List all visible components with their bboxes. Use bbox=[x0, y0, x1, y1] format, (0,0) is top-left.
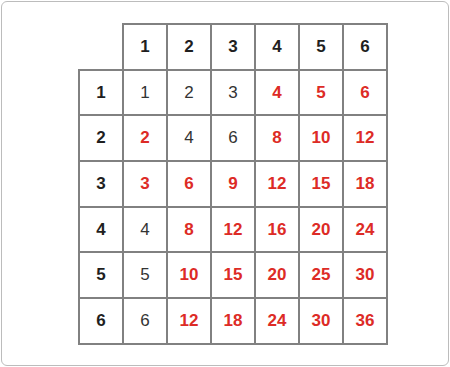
table-cell: 16 bbox=[255, 207, 299, 253]
table-cell: 5 bbox=[123, 252, 167, 298]
table-cell: 12 bbox=[343, 115, 387, 161]
table-cell: 15 bbox=[299, 161, 343, 207]
table-cell: 6 bbox=[211, 115, 255, 161]
table-cell: 18 bbox=[343, 161, 387, 207]
column-header-1: 1 bbox=[123, 24, 167, 70]
table-cell: 12 bbox=[167, 298, 211, 344]
row-header-3: 3 bbox=[79, 161, 123, 207]
table-cell: 4 bbox=[167, 115, 211, 161]
table-cell: 6 bbox=[167, 161, 211, 207]
table-row: 6 6 12 18 24 30 36 bbox=[79, 298, 387, 344]
column-header-row: 1 2 3 4 5 6 bbox=[79, 24, 387, 70]
table-row: 5 5 10 15 20 25 30 bbox=[79, 252, 387, 298]
table-cell: 1 bbox=[123, 70, 167, 116]
table-cell: 10 bbox=[299, 115, 343, 161]
table-cell: 3 bbox=[123, 161, 167, 207]
column-header-4: 4 bbox=[255, 24, 299, 70]
table-cell: 9 bbox=[211, 161, 255, 207]
table-cell: 5 bbox=[299, 70, 343, 116]
multiplication-table: 1 2 3 4 5 6 1 1 2 3 4 5 6 2 2 4 6 8 10 1… bbox=[78, 23, 388, 345]
table-cell: 6 bbox=[123, 298, 167, 344]
table-cell: 30 bbox=[299, 298, 343, 344]
table-cell: 36 bbox=[343, 298, 387, 344]
table-cell: 15 bbox=[211, 252, 255, 298]
row-header-5: 5 bbox=[79, 252, 123, 298]
column-header-3: 3 bbox=[211, 24, 255, 70]
table-cell: 24 bbox=[255, 298, 299, 344]
table-row: 1 1 2 3 4 5 6 bbox=[79, 70, 387, 116]
column-header-2: 2 bbox=[167, 24, 211, 70]
column-header-6: 6 bbox=[343, 24, 387, 70]
table-cell: 8 bbox=[167, 207, 211, 253]
table-row: 4 4 8 12 16 20 24 bbox=[79, 207, 387, 253]
row-header-6: 6 bbox=[79, 298, 123, 344]
table-cell: 30 bbox=[343, 252, 387, 298]
page-frame: 1 2 3 4 5 6 1 1 2 3 4 5 6 2 2 4 6 8 10 1… bbox=[1, 1, 449, 366]
table-cell: 6 bbox=[343, 70, 387, 116]
table-cell: 10 bbox=[167, 252, 211, 298]
table-cell: 25 bbox=[299, 252, 343, 298]
table-cell: 12 bbox=[211, 207, 255, 253]
row-header-1: 1 bbox=[79, 70, 123, 116]
table-cell: 2 bbox=[123, 115, 167, 161]
table-cell: 18 bbox=[211, 298, 255, 344]
column-header-5: 5 bbox=[299, 24, 343, 70]
row-header-4: 4 bbox=[79, 207, 123, 253]
table-cell: 20 bbox=[299, 207, 343, 253]
table-cell: 3 bbox=[211, 70, 255, 116]
row-header-2: 2 bbox=[79, 115, 123, 161]
table-cell: 8 bbox=[255, 115, 299, 161]
table-cell: 24 bbox=[343, 207, 387, 253]
table-cell: 4 bbox=[255, 70, 299, 116]
table-row: 2 2 4 6 8 10 12 bbox=[79, 115, 387, 161]
table-cell: 2 bbox=[167, 70, 211, 116]
table-cell: 4 bbox=[123, 207, 167, 253]
table-cell: 12 bbox=[255, 161, 299, 207]
table-cell: 20 bbox=[255, 252, 299, 298]
corner-cell bbox=[79, 24, 123, 70]
table-row: 3 3 6 9 12 15 18 bbox=[79, 161, 387, 207]
